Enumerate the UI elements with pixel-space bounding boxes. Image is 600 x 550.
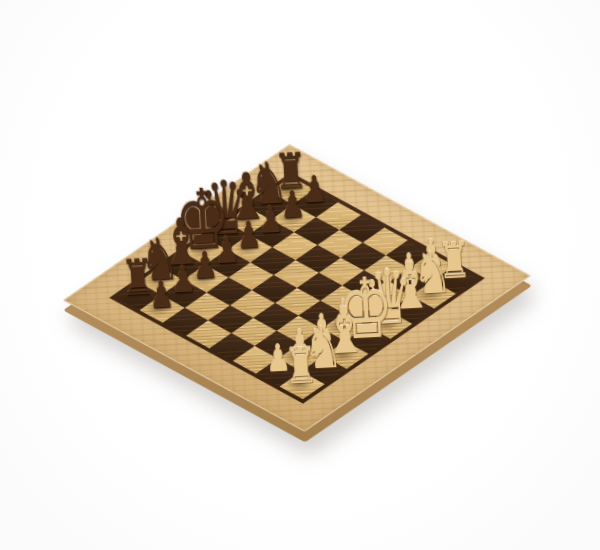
piece-black-pawn-f7[interactable]: ♟ (192, 246, 219, 284)
piece-black-pawn-c7[interactable]: ♟ (257, 200, 284, 238)
board-inlay-border: ♜♟♟♜♞♟♟♞♝♟♟♝♛♟♟♛♚♟♟♚♝♟♟♝♞♟♟♞♜♟♟♜ (109, 172, 485, 403)
product-photo-scene: ♜♟♟♜♞♟♟♞♝♟♟♝♛♟♟♛♚♟♟♚♝♟♟♝♞♟♟♞♜♟♟♜ (0, 0, 600, 550)
piece-black-pawn-a7[interactable]: ♟ (301, 170, 328, 208)
board-composite: ♜♟♟♜♞♟♟♞♝♟♟♝♛♟♟♛♚♟♟♚♝♟♟♝♞♟♟♞♜♟♟♜ (123, 114, 472, 463)
piece-black-pawn-h7[interactable]: ♟ (148, 276, 175, 314)
piece-white-rook-h1[interactable]: ♜ (283, 341, 318, 392)
square-h1[interactable]: ♜ (280, 371, 325, 399)
piece-black-pawn-g7[interactable]: ♟ (170, 261, 197, 299)
chess-board: ♜♟♟♜♞♟♟♞♝♟♟♝♛♟♟♛♚♟♟♚♝♟♟♝♞♟♟♞♜♟♟♜ (63, 144, 532, 432)
piece-black-pawn-e7[interactable]: ♟ (214, 231, 241, 269)
piece-black-pawn-d7[interactable]: ♟ (235, 216, 262, 254)
piece-black-pawn-b7[interactable]: ♟ (279, 185, 306, 223)
